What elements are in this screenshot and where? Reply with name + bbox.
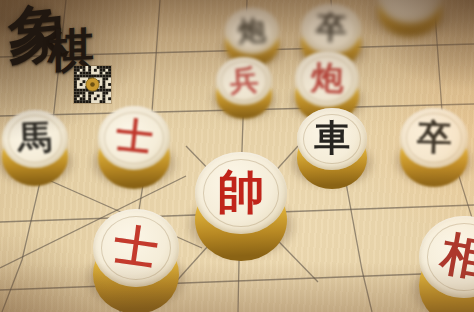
xiangqi-piece-black-chariot[interactable]: 車 xyxy=(297,108,367,189)
piece-top-face: 炮 xyxy=(295,51,359,106)
xiangqi-piece-black-horse[interactable]: 馬 xyxy=(2,110,68,186)
xiangqi-piece-black-soldier-2[interactable]: 卒 xyxy=(400,108,468,187)
xiangqi-piece-red-general[interactable]: 帥 xyxy=(195,152,287,262)
qr-code xyxy=(74,66,111,103)
xiangqi-piece-red-elephant[interactable]: 相 xyxy=(419,216,474,312)
xiangqi-piece-red-advisor-2[interactable]: 士 xyxy=(93,209,179,312)
piece-top-face: 士 xyxy=(98,106,170,169)
piece-glyph-red-advisor-2: 士 xyxy=(110,216,162,281)
piece-glyph-black-soldier-1: 卒 xyxy=(315,8,348,51)
piece-top-face: 帥 xyxy=(195,152,287,235)
piece-top-face: 卒 xyxy=(301,4,361,55)
xiangqi-piece-red-soldier[interactable]: 兵 xyxy=(216,57,272,120)
piece-engraved-ring xyxy=(384,0,437,18)
piece-top-face: 炮 xyxy=(225,8,279,54)
piece-glyph-black-chariot: 車 xyxy=(314,115,350,163)
piece-glyph-red-soldier: 兵 xyxy=(229,61,260,101)
piece-glyph-red-advisor-1: 士 xyxy=(113,112,155,165)
xiangqi-piece-out-of-focus-piece[interactable] xyxy=(378,0,442,37)
photo-stage: 炮卒兵炮馬士車卒帥士相 象 棋 xyxy=(0,0,474,312)
piece-top-face: 車 xyxy=(297,108,367,170)
piece-top-face: 士 xyxy=(93,209,179,288)
piece-glyph-red-cannon: 炮 xyxy=(310,56,344,101)
piece-top-face: 馬 xyxy=(2,110,68,168)
piece-top-face: 兵 xyxy=(216,57,272,105)
piece-glyph-black-cannon: 炮 xyxy=(237,12,267,51)
piece-top-face: 卒 xyxy=(400,108,468,168)
piece-glyph-black-soldier-2: 卒 xyxy=(416,114,452,161)
piece-glyph-red-general: 帥 xyxy=(218,161,265,224)
piece-glyph-black-horse: 馬 xyxy=(17,116,52,162)
xiangqi-piece-red-advisor-1[interactable]: 士 xyxy=(98,106,170,189)
